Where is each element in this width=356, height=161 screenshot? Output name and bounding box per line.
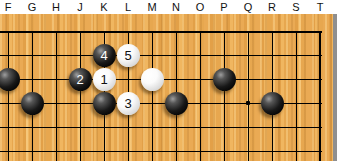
column-label-N: N [172, 0, 180, 14]
stone-white-K17[interactable]: 1 [93, 68, 116, 91]
grid-line-vertical-T [319, 31, 321, 161]
column-label-K: K [100, 0, 107, 14]
column-label-M: M [147, 0, 156, 14]
grid-line-vertical-O [200, 31, 201, 161]
grid-line-vertical-Q [248, 31, 249, 161]
column-label-J: J [77, 0, 83, 14]
move-number-label: 3 [117, 92, 140, 115]
column-label-P: P [220, 0, 227, 14]
grid-line-vertical-M [152, 31, 153, 161]
grid-line-horizontal-19 [0, 31, 322, 33]
grid-line-horizontal-15 [0, 127, 322, 128]
stone-white-M17[interactable] [141, 68, 164, 91]
move-number-label: 5 [117, 44, 140, 67]
go-board[interactable]: 45213 [0, 14, 333, 161]
column-label-Q: Q [244, 0, 253, 14]
move-number-label: 4 [93, 44, 116, 67]
move-number-label: 1 [93, 68, 116, 91]
column-label-L: L [125, 0, 131, 14]
row-labels: 191817161514 [334, 0, 356, 161]
column-label-S: S [292, 0, 299, 14]
column-label-G: G [28, 0, 37, 14]
column-label-F: F [5, 0, 12, 14]
stone-black-N16[interactable] [165, 92, 188, 115]
column-label-H: H [52, 0, 60, 14]
stone-white-L16[interactable]: 3 [117, 92, 140, 115]
stone-black-R16[interactable] [261, 92, 284, 115]
stone-white-L18[interactable]: 5 [117, 44, 140, 67]
grid-line-horizontal-18 [0, 55, 322, 56]
grid-line-vertical-P [224, 31, 225, 161]
column-label-O: O [196, 0, 205, 14]
stone-black-G16[interactable] [21, 92, 44, 115]
stone-black-K16[interactable] [93, 92, 116, 115]
column-label-R: R [268, 0, 276, 14]
star-point-Q16 [246, 101, 250, 105]
grid-line-vertical-J [80, 31, 81, 161]
move-number-label: 2 [69, 68, 92, 91]
stone-black-K18[interactable]: 4 [93, 44, 116, 67]
column-label-T: T [317, 0, 324, 14]
stone-black-P17[interactable] [213, 68, 236, 91]
grid-line-horizontal-14 [0, 151, 322, 152]
go-diagram: FGHJKLMNOPQRST 45213 191817161514 [0, 0, 356, 161]
grid-line-vertical-F [8, 31, 9, 161]
column-labels: FGHJKLMNOPQRST [0, 0, 356, 14]
stone-black-F17[interactable] [0, 68, 20, 91]
grid-line-vertical-H [56, 31, 57, 161]
grid-line-vertical-S [296, 31, 297, 161]
stone-black-J17[interactable]: 2 [69, 68, 92, 91]
